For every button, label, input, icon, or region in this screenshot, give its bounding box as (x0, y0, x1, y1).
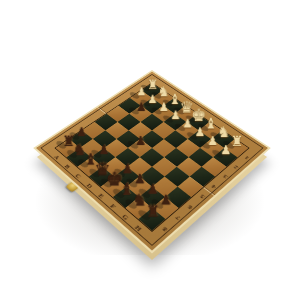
black-pawn: ♟ (130, 131, 152, 149)
square-h2: ♟ (213, 148, 237, 167)
photo-canvas: ♜♞♝♛♚♝♞♜♟♟♟♟♟♟♟♟♟♟♟♟♟♟♟♟♜♞♝♛♚♝♞♜ ABCDEFG… (0, 0, 300, 300)
black-pawn: ♟ (131, 98, 152, 115)
white-pawn: ♟ (215, 140, 237, 158)
black-rook: ♜ (140, 200, 165, 220)
